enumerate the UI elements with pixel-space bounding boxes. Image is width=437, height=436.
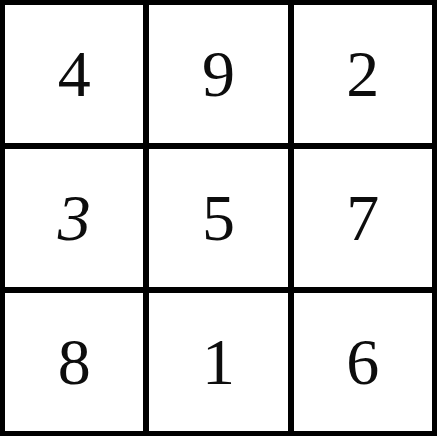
cell-r0c2: 2 <box>294 5 432 143</box>
cell-r1c2: 7 <box>294 149 432 287</box>
cell-r2c2: 6 <box>294 293 432 431</box>
magic-square-board: 4 9 2 3 5 7 8 1 6 <box>0 0 437 436</box>
cell-r1c1: 5 <box>149 149 287 287</box>
cell-r2c0: 8 <box>5 293 143 431</box>
cell-r0c1: 9 <box>149 5 287 143</box>
cell-r1c0: 3 <box>5 149 143 287</box>
cell-r2c1: 1 <box>149 293 287 431</box>
cell-r0c0: 4 <box>5 5 143 143</box>
